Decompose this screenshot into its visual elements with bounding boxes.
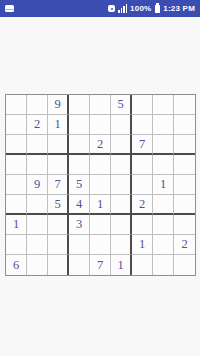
sudoku-cell-given[interactable]: 1 (90, 195, 111, 215)
battery-percent-text: 100% (130, 4, 151, 13)
sudoku-cell[interactable] (90, 115, 111, 135)
sudoku-cell-given[interactable]: 7 (48, 175, 69, 195)
sudoku-cell[interactable] (174, 175, 195, 195)
alarm-icon (108, 5, 115, 12)
sudoku-cell-given[interactable]: 5 (111, 95, 132, 115)
sudoku-cell[interactable] (90, 95, 111, 115)
sudoku-cell[interactable] (27, 95, 48, 115)
sudoku-cell-given[interactable]: 9 (27, 175, 48, 195)
sudoku-cell[interactable] (153, 135, 174, 155)
sudoku-cell[interactable] (27, 235, 48, 255)
sudoku-cell[interactable] (132, 155, 153, 175)
sudoku-cell[interactable] (27, 215, 48, 235)
sudoku-cell[interactable] (174, 155, 195, 175)
status-bar-right-group: 100% 1:23 PM (108, 4, 195, 13)
sudoku-cell[interactable] (69, 155, 90, 175)
sudoku-cell[interactable] (69, 255, 90, 275)
sudoku-cell[interactable] (174, 215, 195, 235)
sudoku-cell[interactable] (153, 235, 174, 255)
sudoku-cell[interactable] (48, 215, 69, 235)
sudoku-cell[interactable] (132, 115, 153, 135)
sudoku-cell[interactable] (90, 175, 111, 195)
sudoku-cell-given[interactable]: 5 (69, 175, 90, 195)
sudoku-cell[interactable] (6, 135, 27, 155)
sudoku-cell[interactable] (111, 235, 132, 255)
sudoku-cell-given[interactable]: 6 (6, 255, 27, 275)
sudoku-cell-given[interactable]: 2 (132, 195, 153, 215)
sudoku-cell-given[interactable]: 4 (69, 195, 90, 215)
sudoku-cell[interactable] (153, 95, 174, 115)
sudoku-cell-given[interactable]: 1 (153, 175, 174, 195)
status-bar: 100% 1:23 PM (0, 0, 200, 17)
sudoku-cell-given[interactable]: 3 (69, 215, 90, 235)
sudoku-cell-given[interactable]: 1 (6, 215, 27, 235)
sudoku-cell[interactable] (153, 115, 174, 135)
sudoku-cell[interactable] (6, 95, 27, 115)
clock-text: 1:23 PM (163, 4, 195, 13)
sudoku-cell[interactable] (174, 195, 195, 215)
sudoku-cell[interactable] (174, 135, 195, 155)
signal-icon (118, 4, 127, 13)
sudoku-cell[interactable] (132, 255, 153, 275)
sudoku-cell[interactable] (69, 95, 90, 115)
sudoku-cell[interactable] (27, 195, 48, 215)
sudoku-cell[interactable] (111, 115, 132, 135)
battery-icon (155, 5, 160, 13)
sudoku-cell[interactable] (69, 235, 90, 255)
sudoku-cell[interactable] (111, 175, 132, 195)
sudoku-cell[interactable] (27, 155, 48, 175)
sudoku-cell[interactable] (6, 115, 27, 135)
sudoku-cell[interactable] (6, 195, 27, 215)
sudoku-cell-given[interactable]: 7 (132, 135, 153, 155)
sudoku-cell-given[interactable]: 5 (48, 195, 69, 215)
sudoku-cell[interactable] (27, 135, 48, 155)
sudoku-cell[interactable] (69, 135, 90, 155)
sudoku-cell[interactable] (132, 175, 153, 195)
sudoku-cell-given[interactable]: 1 (48, 115, 69, 135)
sudoku-cell[interactable] (111, 195, 132, 215)
sudoku-cell[interactable] (174, 115, 195, 135)
sudoku-cell[interactable] (27, 255, 48, 275)
sudoku-cell[interactable] (90, 235, 111, 255)
sudoku-cell[interactable] (153, 215, 174, 235)
sudoku-cell[interactable] (153, 195, 174, 215)
app-notification-icon (5, 5, 14, 12)
sudoku-cell[interactable] (48, 255, 69, 275)
sudoku-cell-given[interactable]: 1 (111, 255, 132, 275)
sudoku-cell[interactable] (90, 215, 111, 235)
sudoku-cell[interactable] (153, 255, 174, 275)
sudoku-cell[interactable] (6, 155, 27, 175)
sudoku-cell-given[interactable]: 1 (132, 235, 153, 255)
sudoku-cell-given[interactable]: 2 (27, 115, 48, 135)
sudoku-cell[interactable] (111, 135, 132, 155)
sudoku-cell[interactable] (90, 155, 111, 175)
sudoku-cell[interactable] (48, 155, 69, 175)
board-area: 952127975154121312671 (5, 94, 200, 276)
sudoku-cell[interactable] (69, 115, 90, 135)
sudoku-cell[interactable] (111, 155, 132, 175)
sudoku-cell-given[interactable]: 2 (90, 135, 111, 155)
sudoku-cell[interactable] (111, 215, 132, 235)
sudoku-cell[interactable] (174, 255, 195, 275)
sudoku-cell[interactable] (132, 95, 153, 115)
sudoku-cell[interactable] (48, 135, 69, 155)
sudoku-cell[interactable] (6, 175, 27, 195)
sudoku-cell[interactable] (153, 155, 174, 175)
sudoku-cell[interactable] (174, 95, 195, 115)
sudoku-cell[interactable] (132, 215, 153, 235)
sudoku-cell[interactable] (48, 235, 69, 255)
sudoku-cell-given[interactable]: 2 (174, 235, 195, 255)
sudoku-cell[interactable] (6, 235, 27, 255)
sudoku-grid: 952127975154121312671 (5, 94, 196, 276)
sudoku-cell-given[interactable]: 7 (90, 255, 111, 275)
sudoku-cell-given[interactable]: 9 (48, 95, 69, 115)
